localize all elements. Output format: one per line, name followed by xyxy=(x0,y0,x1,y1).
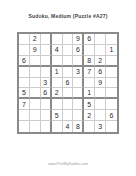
sudoku-cell-r3c7: 8 xyxy=(84,56,95,67)
sudoku-cell-r1c1 xyxy=(19,34,30,45)
sudoku-cell-r3c9 xyxy=(106,56,117,67)
sudoku-cell-r6c5 xyxy=(63,88,74,99)
sudoku-cell-r5c7 xyxy=(84,78,95,89)
sudoku-cell-r6c1: 5 xyxy=(19,88,30,99)
sudoku-cell-r9c3 xyxy=(41,121,52,132)
sudoku-cell-r7c5 xyxy=(63,99,74,110)
sudoku-cell-r7c6 xyxy=(73,99,84,110)
puzzle-title: Sudoku, Medium (Puzzle #A27) xyxy=(0,13,136,19)
sudoku-cell-r9c4 xyxy=(52,121,63,132)
sudoku-cell-r6c8 xyxy=(95,88,106,99)
sudoku-cell-r8c4: 5 xyxy=(52,110,63,121)
sudoku-page: Sudoku, Medium (Puzzle #A27) 29694616821… xyxy=(0,0,136,176)
sudoku-cell-r2c7 xyxy=(84,45,95,56)
sudoku-cell-r3c2 xyxy=(30,56,41,67)
sudoku-cell-r2c5 xyxy=(63,45,74,56)
sudoku-cell-r9c6: 8 xyxy=(73,121,84,132)
sudoku-cell-r7c7: 5 xyxy=(84,99,95,110)
sudoku-cell-r7c2 xyxy=(30,99,41,110)
sudoku-cell-r6c3: 6 xyxy=(41,88,52,99)
sudoku-cell-r5c4 xyxy=(52,78,63,89)
sudoku-cell-r7c9 xyxy=(106,99,117,110)
sudoku-cell-r9c9 xyxy=(106,121,117,132)
sudoku-cell-r6c2 xyxy=(30,88,41,99)
sudoku-cell-r7c3 xyxy=(41,99,52,110)
sudoku-cell-r2c6: 6 xyxy=(73,45,84,56)
sudoku-cell-r2c4: 4 xyxy=(52,45,63,56)
sudoku-cell-r6c4: 2 xyxy=(52,88,63,99)
sudoku-cell-r4c9 xyxy=(106,67,117,78)
sudoku-cell-r3c3 xyxy=(41,56,52,67)
sudoku-cell-r9c8: 3 xyxy=(95,121,106,132)
sudoku-cell-r6c6 xyxy=(73,88,84,99)
sudoku-cell-r2c9: 1 xyxy=(106,45,117,56)
sudoku-cell-r5c6 xyxy=(73,78,84,89)
sudoku-cell-r3c5 xyxy=(63,56,74,67)
sudoku-cell-r8c9: 6 xyxy=(106,110,117,121)
sudoku-cell-r4c8: 6 xyxy=(95,67,106,78)
sudoku-cell-r3c1: 6 xyxy=(19,56,30,67)
sudoku-cell-r6c9 xyxy=(106,88,117,99)
sudoku-cell-r3c6 xyxy=(73,56,84,67)
sudoku-cell-r1c4 xyxy=(52,34,63,45)
sudoku-cell-r1c9 xyxy=(106,34,117,45)
sudoku-cell-r1c2: 2 xyxy=(30,34,41,45)
sudoku-cell-r8c8 xyxy=(95,110,106,121)
sudoku-cell-r9c7 xyxy=(84,121,95,132)
sudoku-cell-r8c5 xyxy=(63,110,74,121)
sudoku-cell-r4c2 xyxy=(30,67,41,78)
sudoku-cell-r5c5: 6 xyxy=(63,78,74,89)
sudoku-cell-r8c1 xyxy=(19,110,30,121)
sudoku-board: 29694616821376369562175526483 xyxy=(17,32,119,134)
sudoku-cell-r7c8 xyxy=(95,99,106,110)
sudoku-cell-r2c3 xyxy=(41,45,52,56)
sudoku-cell-r2c8 xyxy=(95,45,106,56)
sudoku-cell-r1c8 xyxy=(95,34,106,45)
sudoku-cell-r7c1: 7 xyxy=(19,99,30,110)
sudoku-cell-r4c1 xyxy=(19,67,30,78)
sudoku-cell-r3c4 xyxy=(52,56,63,67)
sudoku-cell-r4c5 xyxy=(63,67,74,78)
sudoku-cell-r9c1 xyxy=(19,121,30,132)
sudoku-cell-r6c7: 1 xyxy=(84,88,95,99)
sudoku-cell-r8c6 xyxy=(73,110,84,121)
sudoku-cell-r1c5 xyxy=(63,34,74,45)
sudoku-cell-r1c7: 6 xyxy=(84,34,95,45)
sudoku-cell-r4c4: 1 xyxy=(52,67,63,78)
sudoku-cell-r1c3 xyxy=(41,34,52,45)
sudoku-cell-r5c3: 3 xyxy=(41,78,52,89)
sudoku-cell-r4c3 xyxy=(41,67,52,78)
sudoku-cell-r1c6: 9 xyxy=(73,34,84,45)
sudoku-cell-r9c2 xyxy=(30,121,41,132)
sudoku-cell-r8c3 xyxy=(41,110,52,121)
sudoku-cell-r9c5: 4 xyxy=(63,121,74,132)
sudoku-cell-r4c7: 7 xyxy=(84,67,95,78)
sudoku-cell-r4c6: 3 xyxy=(73,67,84,78)
sudoku-cell-r5c1 xyxy=(19,78,30,89)
sudoku-cell-r5c8: 9 xyxy=(95,78,106,89)
sudoku-cell-r8c2 xyxy=(30,110,41,121)
sudoku-cell-r5c2 xyxy=(30,78,41,89)
sudoku-cell-r7c4 xyxy=(52,99,63,110)
sudoku-cell-r2c2: 9 xyxy=(30,45,41,56)
sudoku-cell-r8c7: 2 xyxy=(84,110,95,121)
sudoku-cell-r2c1 xyxy=(19,45,30,56)
source-url: www.PrintMySudoku.com xyxy=(0,162,136,166)
sudoku-cell-r3c8: 2 xyxy=(95,56,106,67)
sudoku-cell-r5c9 xyxy=(106,78,117,89)
